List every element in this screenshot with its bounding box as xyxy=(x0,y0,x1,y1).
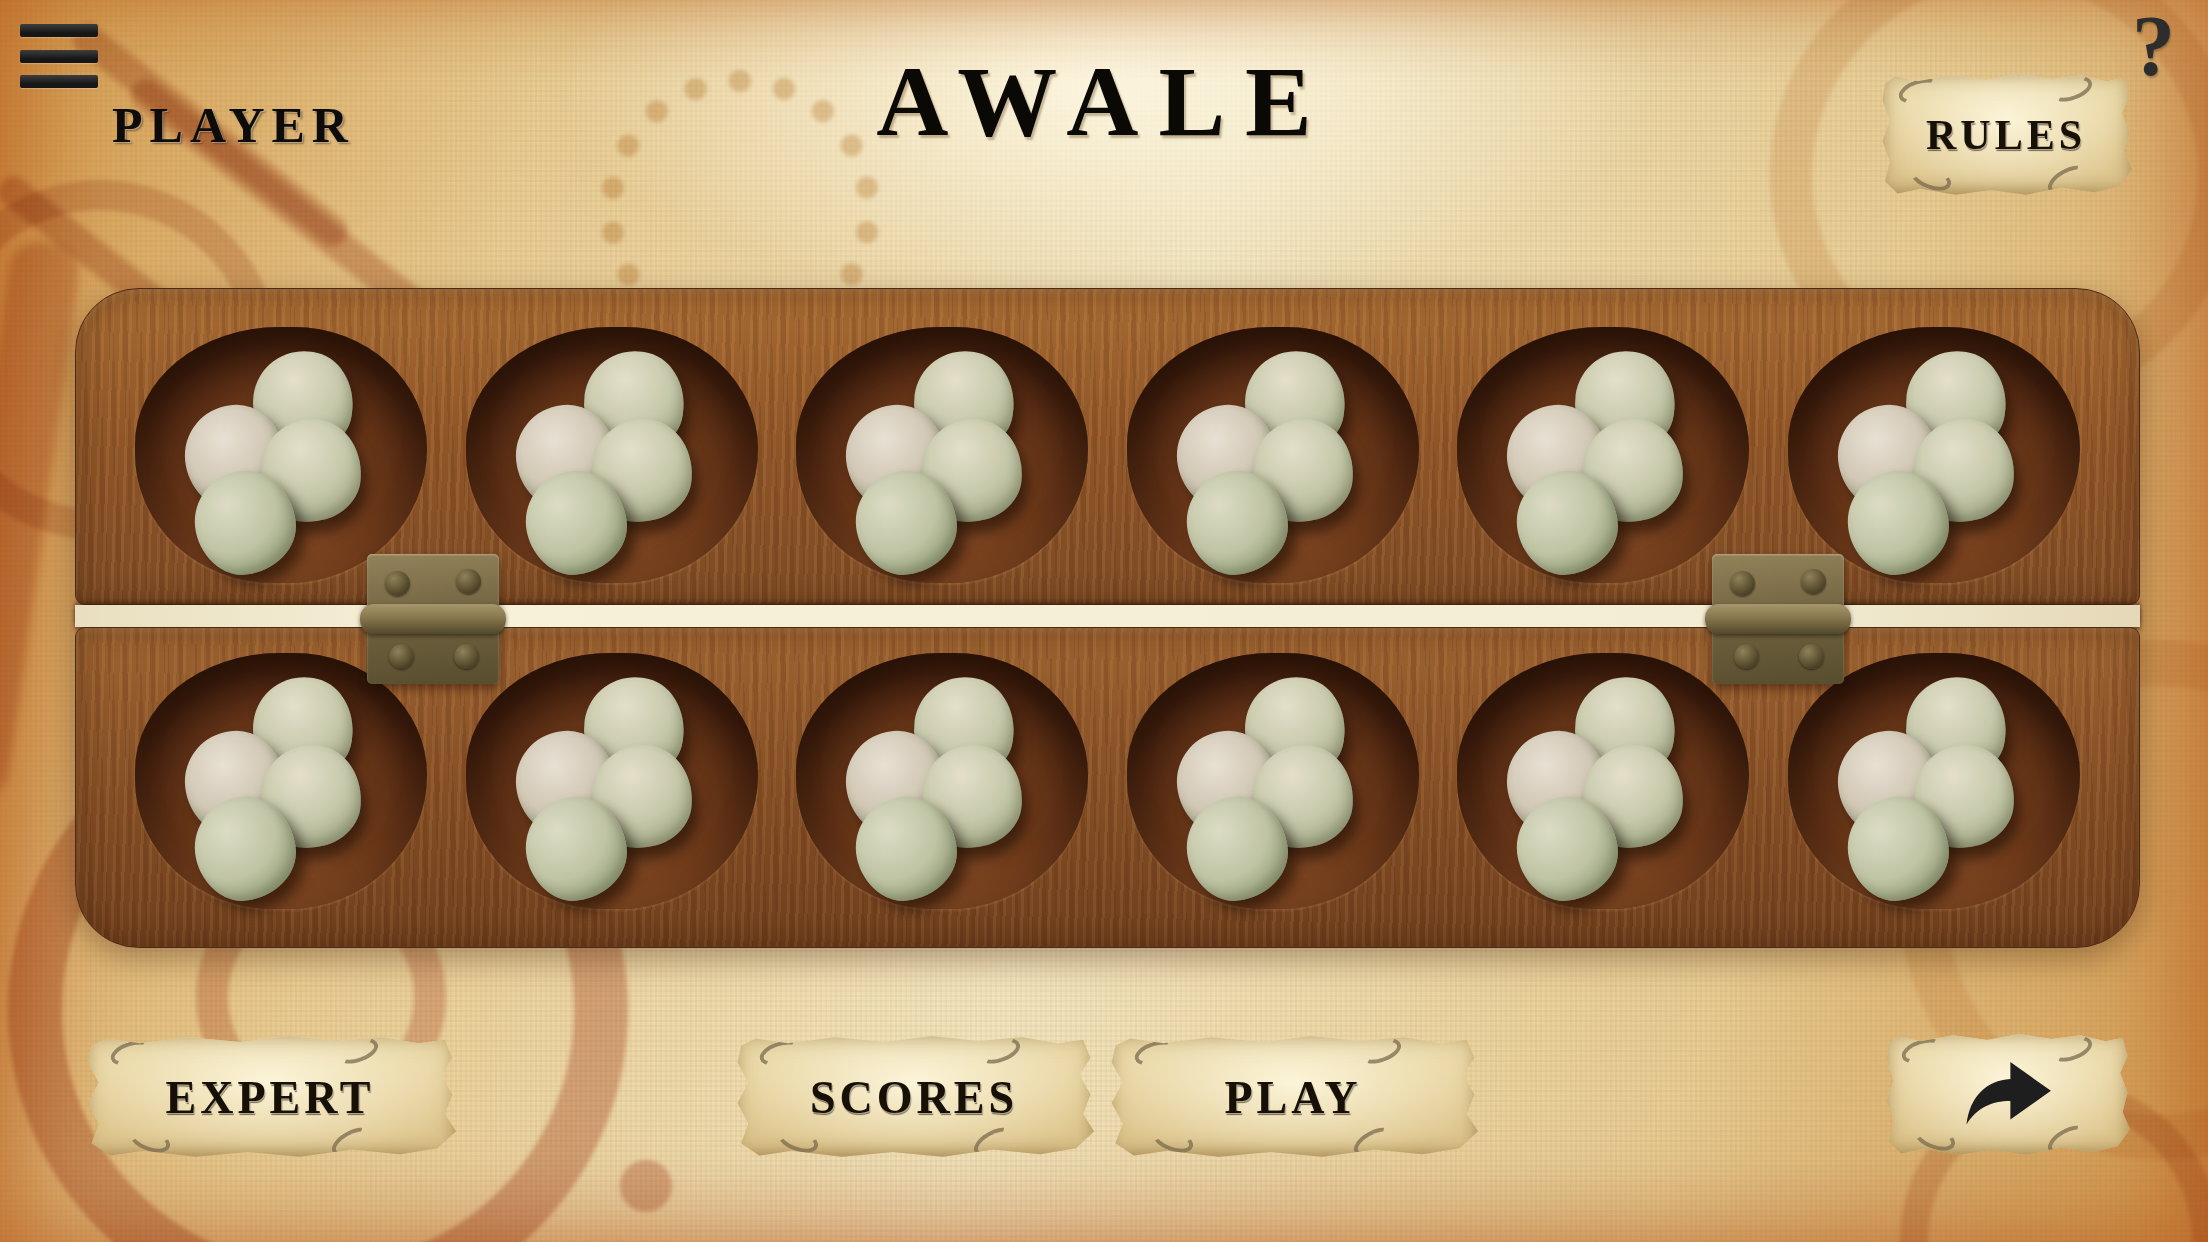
pit-top-4[interactable] xyxy=(1127,327,1419,583)
scroll-curl-icon xyxy=(126,1122,173,1157)
expert-button[interactable]: EXPERT xyxy=(84,1036,456,1158)
pit-bottom-1[interactable] xyxy=(135,653,427,909)
scroll-curl-icon xyxy=(757,1036,804,1070)
pit-bottom-4[interactable] xyxy=(1127,653,1419,909)
page-title: AWALE xyxy=(0,44,2208,159)
play-button[interactable]: PLAY xyxy=(1108,1036,1478,1158)
scroll-curl-icon xyxy=(1357,1033,1404,1068)
hinge-screw xyxy=(385,571,410,596)
pit-top-5[interactable] xyxy=(1457,327,1749,583)
brass-hinge-right xyxy=(1712,554,1844,684)
pit-top-2[interactable] xyxy=(466,327,758,583)
share-button[interactable] xyxy=(1884,1034,2130,1156)
scroll-curl-icon xyxy=(1350,1122,1397,1162)
pit-bottom-5[interactable] xyxy=(1457,653,1749,909)
hinge-screw xyxy=(454,644,479,669)
tribal-band-ornament xyxy=(0,238,83,802)
help-icon[interactable]: ? xyxy=(2132,0,2175,96)
hinge-screw xyxy=(456,569,481,594)
hinge-screw xyxy=(1734,644,1759,669)
expert-button-label: EXPERT xyxy=(166,1071,375,1124)
pit-bottom-3[interactable] xyxy=(796,653,1088,909)
scroll-curl-icon xyxy=(1132,1036,1179,1070)
scroll-curl-icon xyxy=(976,1033,1023,1068)
hinge-screw xyxy=(1730,571,1755,596)
scroll-curl-icon xyxy=(775,1122,822,1157)
scroll-curl-icon xyxy=(1899,1034,1946,1068)
mancala-board xyxy=(75,288,2140,948)
hinge-screw xyxy=(1801,569,1826,594)
pit-top-6[interactable] xyxy=(1788,327,2080,583)
scroll-curl-icon xyxy=(969,1122,1016,1162)
pit-top-3[interactable] xyxy=(796,327,1088,583)
scores-button[interactable]: SCORES xyxy=(734,1036,1094,1158)
scroll-curl-icon xyxy=(1908,160,1955,195)
hinge-screw xyxy=(389,644,414,669)
pit-bottom-2[interactable] xyxy=(466,653,758,909)
scroll-curl-icon xyxy=(2044,160,2091,200)
pit-top-1[interactable] xyxy=(135,327,427,583)
awale-game-screen: PLAYER AWALE ? RULES EXPERT xyxy=(0,0,2208,1242)
scroll-curl-icon xyxy=(108,1036,155,1070)
scroll-curl-icon xyxy=(334,1033,381,1068)
rules-button[interactable]: RULES xyxy=(1880,74,2132,196)
brass-hinge-left xyxy=(367,554,499,684)
play-button-label: PLAY xyxy=(1225,1071,1362,1124)
scores-button-label: SCORES xyxy=(810,1071,1018,1124)
scroll-curl-icon xyxy=(327,1122,374,1162)
tribal-dot-ornament xyxy=(620,1160,672,1212)
pit-bottom-6[interactable] xyxy=(1788,653,2080,909)
curved-share-arrow-icon xyxy=(1951,1057,2063,1133)
rules-button-label: RULES xyxy=(1926,111,2086,159)
hinge-screw xyxy=(1799,644,1824,669)
scroll-curl-icon xyxy=(1150,1122,1197,1157)
